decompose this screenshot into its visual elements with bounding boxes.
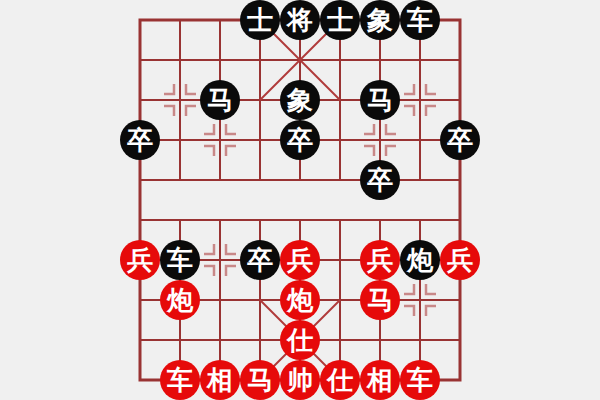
piece-red-cannon[interactable]: 炮: [280, 280, 320, 320]
piece-red-pawn[interactable]: 兵: [440, 240, 480, 280]
piece-black-pawn[interactable]: 卒: [120, 120, 160, 160]
piece-red-king[interactable]: 帅: [280, 360, 320, 400]
piece-black-horse[interactable]: 马: [200, 80, 240, 120]
piece-black-advisor[interactable]: 士: [320, 0, 360, 40]
piece-black-rook[interactable]: 车: [400, 0, 440, 40]
piece-black-elephant[interactable]: 象: [280, 80, 320, 120]
piece-black-pawn[interactable]: 卒: [360, 160, 400, 200]
pieces-grid: 士将士象车马象马卒卒卒卒兵车卒兵兵炮兵炮炮马仕车相马帅仕相车: [120, 0, 480, 400]
piece-red-horse[interactable]: 马: [240, 360, 280, 400]
piece-black-horse[interactable]: 马: [360, 80, 400, 120]
piece-black-elephant[interactable]: 象: [360, 0, 400, 40]
piece-black-rook[interactable]: 车: [160, 240, 200, 280]
piece-red-rook[interactable]: 车: [160, 360, 200, 400]
piece-red-rook[interactable]: 车: [400, 360, 440, 400]
piece-red-horse[interactable]: 马: [360, 280, 400, 320]
piece-red-advisor[interactable]: 仕: [320, 360, 360, 400]
piece-red-cannon[interactable]: 炮: [160, 280, 200, 320]
piece-black-king[interactable]: 将: [280, 0, 320, 40]
piece-black-advisor[interactable]: 士: [240, 0, 280, 40]
piece-red-pawn[interactable]: 兵: [280, 240, 320, 280]
piece-black-pawn[interactable]: 卒: [280, 120, 320, 160]
piece-black-pawn[interactable]: 卒: [440, 120, 480, 160]
piece-red-advisor[interactable]: 仕: [280, 320, 320, 360]
piece-black-pawn[interactable]: 卒: [240, 240, 280, 280]
piece-red-pawn[interactable]: 兵: [360, 240, 400, 280]
piece-red-pawn[interactable]: 兵: [120, 240, 160, 280]
piece-black-cannon[interactable]: 炮: [400, 240, 440, 280]
piece-red-elephant[interactable]: 相: [200, 360, 240, 400]
piece-red-elephant[interactable]: 相: [360, 360, 400, 400]
xiangqi-board: 士将士象车马象马卒卒卒卒兵车卒兵兵炮兵炮炮马仕车相马帅仕相车: [0, 0, 600, 400]
